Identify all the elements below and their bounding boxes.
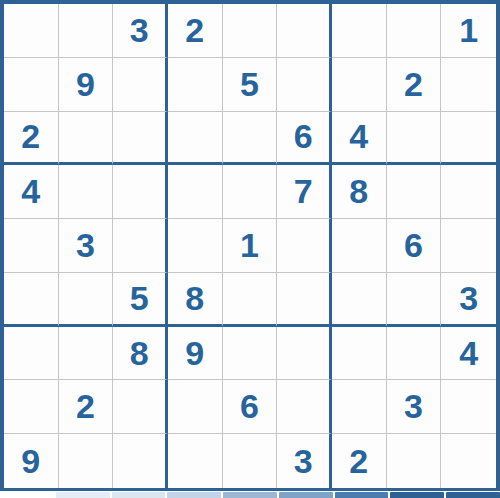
sudoku-cell-r8c8[interactable]: 3 — [387, 380, 442, 434]
sudoku-cell-r5c8[interactable]: 6 — [387, 219, 442, 273]
sudoku-cell-r2c3[interactable] — [113, 58, 168, 112]
sudoku-cell-r8c4[interactable] — [168, 380, 223, 434]
sudoku-cell-r7c2[interactable] — [59, 327, 114, 381]
sudoku-cell-r1c4[interactable]: 2 — [168, 4, 223, 58]
sudoku-cell-r3c2[interactable] — [59, 112, 114, 166]
sudoku-cell-r8c6[interactable] — [277, 380, 332, 434]
sudoku-cell-r7c9[interactable]: 4 — [441, 327, 496, 381]
sudoku-cell-r1c6[interactable] — [277, 4, 332, 58]
sudoku-cell-r1c5[interactable] — [223, 4, 278, 58]
sudoku-cell-r2c2[interactable]: 9 — [59, 58, 114, 112]
clipped-toolbar-segment-1 — [0, 492, 54, 498]
sudoku-cell-r2c8[interactable]: 2 — [387, 58, 442, 112]
sudoku-cell-r1c7[interactable] — [332, 4, 387, 58]
sudoku-cell-r6c5[interactable] — [223, 273, 278, 327]
sudoku-cell-r3c1[interactable]: 2 — [4, 112, 59, 166]
sudoku-cell-r8c1[interactable] — [4, 380, 59, 434]
sudoku-cell-r4c8[interactable] — [387, 165, 442, 219]
sudoku-cell-r4c7[interactable]: 8 — [332, 165, 387, 219]
sudoku-cell-r9c4[interactable] — [168, 434, 223, 488]
sudoku-cell-r8c7[interactable] — [332, 380, 387, 434]
sudoku-cell-r6c8[interactable] — [387, 273, 442, 327]
sudoku-cell-r4c3[interactable] — [113, 165, 168, 219]
sudoku-board: 321952264478316583894263932 — [0, 0, 500, 491]
sudoku-cell-r1c2[interactable] — [59, 4, 114, 58]
sudoku-cell-r6c6[interactable] — [277, 273, 332, 327]
sudoku-cell-r2c9[interactable] — [441, 58, 496, 112]
sudoku-cell-r7c4[interactable]: 9 — [168, 327, 223, 381]
sudoku-cell-r2c5[interactable]: 5 — [223, 58, 278, 112]
clipped-toolbar-segment-2 — [56, 492, 110, 498]
sudoku-cell-r7c7[interactable] — [332, 327, 387, 381]
sudoku-cell-r3c7[interactable]: 4 — [332, 112, 387, 166]
sudoku-cell-r3c4[interactable] — [168, 112, 223, 166]
sudoku-cell-r4c2[interactable] — [59, 165, 114, 219]
sudoku-cell-r5c1[interactable] — [4, 219, 59, 273]
sudoku-cell-r4c6[interactable]: 7 — [277, 165, 332, 219]
sudoku-cell-r8c2[interactable]: 2 — [59, 380, 114, 434]
sudoku-cell-r2c1[interactable] — [4, 58, 59, 112]
sudoku-cell-r5c7[interactable] — [332, 219, 387, 273]
sudoku-cell-r7c3[interactable]: 8 — [113, 327, 168, 381]
sudoku-cell-r5c4[interactable] — [168, 219, 223, 273]
sudoku-cell-r7c1[interactable] — [4, 327, 59, 381]
sudoku-cell-r8c3[interactable] — [113, 380, 168, 434]
sudoku-cell-r2c4[interactable] — [168, 58, 223, 112]
sudoku-cell-r5c2[interactable]: 3 — [59, 219, 114, 273]
sudoku-cell-r4c9[interactable] — [441, 165, 496, 219]
clipped-toolbar-segment-6 — [279, 492, 333, 498]
sudoku-cell-r7c5[interactable] — [223, 327, 278, 381]
sudoku-cell-r1c8[interactable] — [387, 4, 442, 58]
sudoku-cell-r6c1[interactable] — [4, 273, 59, 327]
sudoku-cell-r9c5[interactable] — [223, 434, 278, 488]
sudoku-cell-r1c9[interactable]: 1 — [441, 4, 496, 58]
clipped-bottom-toolbar — [0, 491, 500, 498]
sudoku-cell-r6c3[interactable]: 5 — [113, 273, 168, 327]
sudoku-cell-r6c4[interactable]: 8 — [168, 273, 223, 327]
sudoku-cell-r9c8[interactable] — [387, 434, 442, 488]
sudoku-cell-r9c7[interactable]: 2 — [332, 434, 387, 488]
clipped-toolbar-segment-5 — [223, 492, 277, 498]
sudoku-cell-r2c6[interactable] — [277, 58, 332, 112]
sudoku-cell-r3c6[interactable]: 6 — [277, 112, 332, 166]
sudoku-cell-r9c3[interactable] — [113, 434, 168, 488]
sudoku-cell-r3c3[interactable] — [113, 112, 168, 166]
sudoku-cell-r9c9[interactable] — [441, 434, 496, 488]
sudoku-cell-r9c1[interactable]: 9 — [4, 434, 59, 488]
sudoku-cell-r4c1[interactable]: 4 — [4, 165, 59, 219]
sudoku-cell-r5c9[interactable] — [441, 219, 496, 273]
clipped-toolbar-segment-4 — [167, 492, 221, 498]
sudoku-cell-r9c2[interactable] — [59, 434, 114, 488]
sudoku-cell-r1c3[interactable]: 3 — [113, 4, 168, 58]
sudoku-app: 321952264478316583894263932 — [0, 0, 500, 498]
sudoku-cell-r5c6[interactable] — [277, 219, 332, 273]
sudoku-cell-r3c9[interactable] — [441, 112, 496, 166]
sudoku-cell-r2c7[interactable] — [332, 58, 387, 112]
sudoku-cell-r7c8[interactable] — [387, 327, 442, 381]
sudoku-cell-r8c9[interactable] — [441, 380, 496, 434]
sudoku-cell-r6c9[interactable]: 3 — [441, 273, 496, 327]
sudoku-cell-r6c2[interactable] — [59, 273, 114, 327]
sudoku-cell-r4c4[interactable] — [168, 165, 223, 219]
sudoku-cell-r7c6[interactable] — [277, 327, 332, 381]
clipped-toolbar-segment-7 — [335, 492, 389, 498]
sudoku-cell-r9c6[interactable]: 3 — [277, 434, 332, 488]
sudoku-cell-r1c1[interactable] — [4, 4, 59, 58]
sudoku-cell-r8c5[interactable]: 6 — [223, 380, 278, 434]
sudoku-cell-r4c5[interactable] — [223, 165, 278, 219]
sudoku-cell-r3c5[interactable] — [223, 112, 278, 166]
clipped-toolbar-segment-3 — [112, 492, 166, 498]
sudoku-cell-r5c3[interactable] — [113, 219, 168, 273]
clipped-toolbar-segment-8 — [390, 492, 444, 498]
sudoku-cell-r6c7[interactable] — [332, 273, 387, 327]
sudoku-cell-r5c5[interactable]: 1 — [223, 219, 278, 273]
sudoku-cell-r3c8[interactable] — [387, 112, 442, 166]
clipped-toolbar-segment-9 — [446, 492, 500, 498]
